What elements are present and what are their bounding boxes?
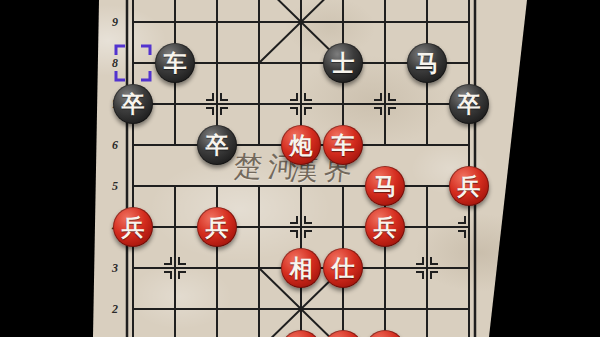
piece-glyph: 马 [416,43,439,83]
xiangqi-app: 楚河 漢界 98765432 车士马卒卒卒炮车马兵兵兵兵相仕 [0,0,600,337]
piece-glyph: 车 [332,125,355,165]
piece-glyph: 炮 [290,125,313,165]
piece-red-cannon[interactable]: 炮 [281,125,321,165]
piece-red-soldier[interactable]: 兵 [113,207,153,247]
piece-red-soldier[interactable]: 兵 [197,207,237,247]
piece-black-advisor[interactable]: 士 [323,43,363,83]
rank-label-8: 8 [100,55,118,71]
piece-red-chariot[interactable]: 车 [323,125,363,165]
piece-glyph: 兵 [122,207,145,247]
piece-glyph: 仕 [332,248,355,288]
piece-glyph: 卒 [206,125,229,165]
piece-black-soldier[interactable]: 卒 [113,84,153,124]
piece-glyph: 士 [332,43,355,83]
piece-glyph: 马 [374,166,397,206]
piece-glyph: 卒 [122,84,145,124]
piece-glyph: 兵 [458,166,481,206]
piece-red-elephant[interactable]: 相 [281,248,321,288]
rank-label-9: 9 [100,14,118,30]
piece-glyph: 相 [290,248,313,288]
piece-black-horse[interactable]: 马 [407,43,447,83]
piece-glyph: 卒 [458,84,481,124]
piece-glyph: 兵 [206,207,229,247]
rank-label-2: 2 [100,301,118,317]
piece-black-chariot[interactable]: 车 [155,43,195,83]
rank-label-5: 5 [100,178,118,194]
piece-black-soldier[interactable]: 卒 [449,84,489,124]
piece-glyph: 车 [164,43,187,83]
piece-red-soldier[interactable]: 兵 [365,207,405,247]
piece-red-advisor[interactable]: 仕 [323,248,363,288]
piece-black-soldier[interactable]: 卒 [197,125,237,165]
rank-label-3: 3 [100,260,118,276]
letterbox-left [0,0,99,337]
piece-glyph: 兵 [374,207,397,247]
piece-red-soldier[interactable]: 兵 [449,166,489,206]
piece-red-horse[interactable]: 马 [365,166,405,206]
rank-label-6: 6 [100,137,118,153]
